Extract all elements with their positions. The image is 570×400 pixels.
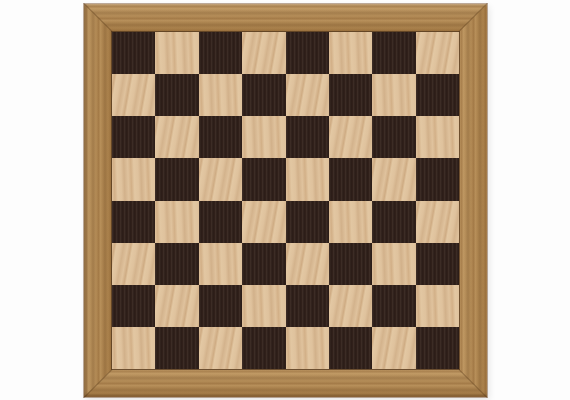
square-f2[interactable] <box>329 285 372 327</box>
square-h8[interactable] <box>416 32 459 74</box>
square-g6[interactable] <box>372 116 415 158</box>
chess-board <box>84 4 487 397</box>
square-e2[interactable] <box>286 285 329 327</box>
square-h1[interactable] <box>416 327 459 369</box>
square-a3[interactable] <box>112 243 155 285</box>
square-d7[interactable] <box>242 74 285 116</box>
square-f3[interactable] <box>329 243 372 285</box>
square-e7[interactable] <box>286 74 329 116</box>
square-g7[interactable] <box>372 74 415 116</box>
board-frame-right <box>459 4 487 397</box>
square-d1[interactable] <box>242 327 285 369</box>
square-d6[interactable] <box>242 116 285 158</box>
square-f4[interactable] <box>329 201 372 243</box>
square-h7[interactable] <box>416 74 459 116</box>
square-e3[interactable] <box>286 243 329 285</box>
square-h3[interactable] <box>416 243 459 285</box>
square-g3[interactable] <box>372 243 415 285</box>
square-c4[interactable] <box>199 201 242 243</box>
square-a6[interactable] <box>112 116 155 158</box>
square-c6[interactable] <box>199 116 242 158</box>
square-c3[interactable] <box>199 243 242 285</box>
square-g2[interactable] <box>372 285 415 327</box>
square-a1[interactable] <box>112 327 155 369</box>
square-c2[interactable] <box>199 285 242 327</box>
square-d8[interactable] <box>242 32 285 74</box>
square-h4[interactable] <box>416 201 459 243</box>
square-a2[interactable] <box>112 285 155 327</box>
square-b4[interactable] <box>155 201 198 243</box>
square-h5[interactable] <box>416 158 459 200</box>
square-f6[interactable] <box>329 116 372 158</box>
square-h2[interactable] <box>416 285 459 327</box>
board-squares-grid <box>112 32 459 369</box>
square-f1[interactable] <box>329 327 372 369</box>
square-g1[interactable] <box>372 327 415 369</box>
square-g5[interactable] <box>372 158 415 200</box>
square-e5[interactable] <box>286 158 329 200</box>
square-b1[interactable] <box>155 327 198 369</box>
square-c7[interactable] <box>199 74 242 116</box>
square-e4[interactable] <box>286 201 329 243</box>
page-background <box>0 0 570 400</box>
square-b2[interactable] <box>155 285 198 327</box>
square-d2[interactable] <box>242 285 285 327</box>
square-g4[interactable] <box>372 201 415 243</box>
square-a5[interactable] <box>112 158 155 200</box>
square-c1[interactable] <box>199 327 242 369</box>
square-c5[interactable] <box>199 158 242 200</box>
square-a7[interactable] <box>112 74 155 116</box>
square-b7[interactable] <box>155 74 198 116</box>
square-g8[interactable] <box>372 32 415 74</box>
board-frame-top <box>84 4 487 32</box>
square-d5[interactable] <box>242 158 285 200</box>
square-b5[interactable] <box>155 158 198 200</box>
square-b6[interactable] <box>155 116 198 158</box>
board-frame-bottom <box>84 369 487 397</box>
board-frame-left <box>84 4 112 397</box>
square-f8[interactable] <box>329 32 372 74</box>
square-a8[interactable] <box>112 32 155 74</box>
square-b8[interactable] <box>155 32 198 74</box>
square-d3[interactable] <box>242 243 285 285</box>
square-h6[interactable] <box>416 116 459 158</box>
square-e8[interactable] <box>286 32 329 74</box>
square-f7[interactable] <box>329 74 372 116</box>
square-b3[interactable] <box>155 243 198 285</box>
square-e1[interactable] <box>286 327 329 369</box>
square-e6[interactable] <box>286 116 329 158</box>
square-f5[interactable] <box>329 158 372 200</box>
square-a4[interactable] <box>112 201 155 243</box>
square-c8[interactable] <box>199 32 242 74</box>
square-d4[interactable] <box>242 201 285 243</box>
